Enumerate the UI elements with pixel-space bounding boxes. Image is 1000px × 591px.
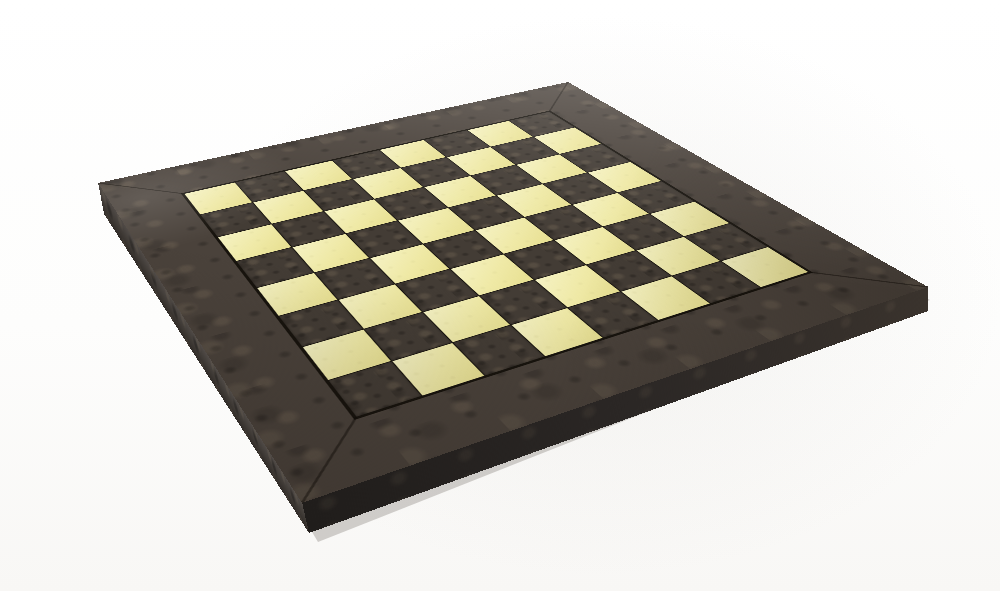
- photo-background: [0, 0, 1000, 591]
